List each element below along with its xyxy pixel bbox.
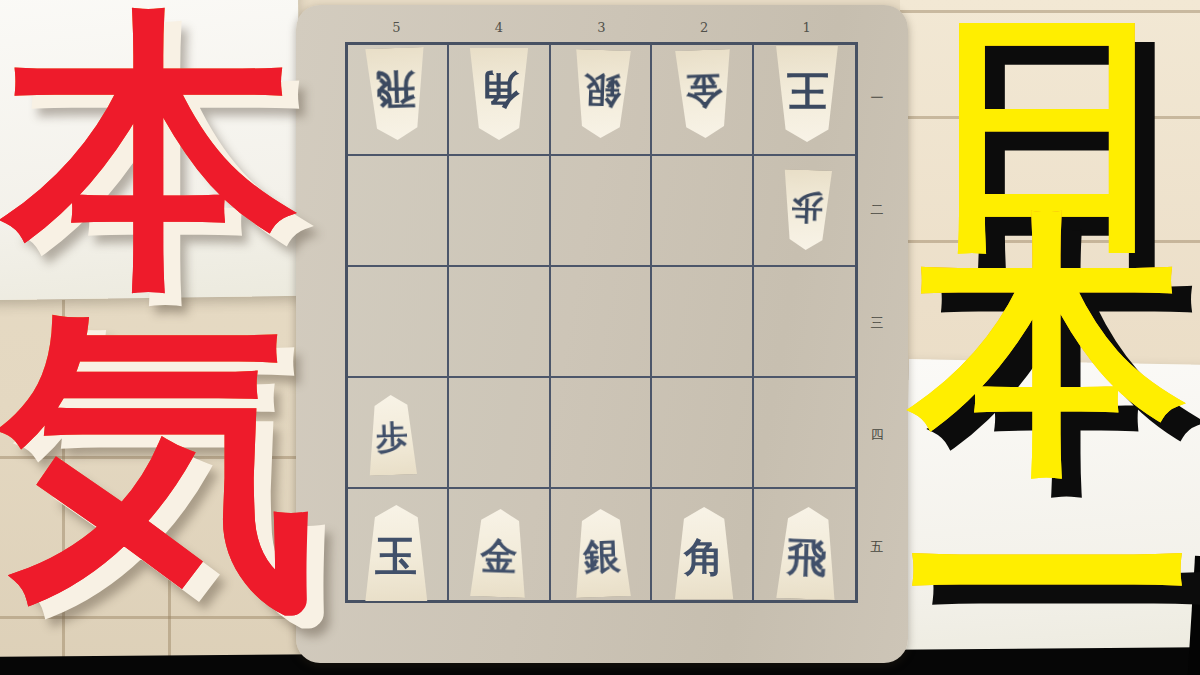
wood-seam [900,116,1200,119]
file-label-4: 4 [448,20,551,40]
piece-sente-pawn-5d[interactable]: 歩 [365,394,420,476]
file-label-3: 3 [550,20,653,40]
piece-kanji: 金 [685,65,724,116]
piece-gote-gold-2a[interactable]: 金 [673,49,736,139]
piece-gote-king-1a[interactable]: 王 [773,46,841,142]
white-box-bottom-right [903,359,1200,665]
piece-sente-king-5e[interactable]: 玉 [362,505,430,601]
piece-gote-silver-3a[interactable]: 銀 [570,49,633,139]
piece-sente-gold-4e[interactable]: 金 [467,508,530,598]
rank-label-4: 四 [866,379,888,491]
wood-seam [0,616,296,619]
file-labels: 54321 [345,20,858,40]
piece-kanji: 角 [684,530,724,585]
piece-sente-rook-1e[interactable]: 飛 [773,506,840,600]
piece-kanji: 歩 [790,184,824,229]
piece-kanji: 飛 [786,529,828,585]
piece-gote-pawn-1b[interactable]: 歩 [779,169,834,251]
piece-kanji: 歩 [376,416,410,461]
pieces-layer: 飛角銀金王歩歩玉金銀角飛 [345,42,858,603]
piece-sente-bishop-2e[interactable]: 角 [672,507,736,599]
rank-labels: 一二三四五 [866,42,888,603]
file-label-5: 5 [345,20,448,40]
white-box-top-left [0,0,302,300]
rank-label-5: 五 [866,491,888,603]
wood-seam [0,456,296,459]
piece-gote-bishop-4a[interactable]: 角 [467,48,531,140]
wood-seam [900,240,1200,243]
piece-kanji: 角 [479,62,519,117]
piece-sente-silver-3e[interactable]: 銀 [570,508,633,598]
piece-kanji: 王 [786,62,828,118]
piece-kanji: 銀 [582,531,621,582]
file-label-1: 1 [755,20,858,40]
rank-label-1: 一 [866,42,888,154]
piece-gote-rook-5a[interactable]: 飛 [363,47,430,141]
file-label-2: 2 [653,20,756,40]
wood-seam [168,560,171,660]
shogi-board: 54321 一二三四五 飛角銀金王歩歩玉金銀角飛 [296,5,908,663]
piece-kanji: 玉 [375,529,417,585]
piece-kanji: 金 [479,531,518,582]
piece-kanji: 飛 [375,62,417,118]
wood-seam [900,10,1200,13]
rank-label-3: 三 [866,266,888,378]
rank-label-2: 二 [866,154,888,266]
piece-kanji: 銀 [582,65,621,116]
